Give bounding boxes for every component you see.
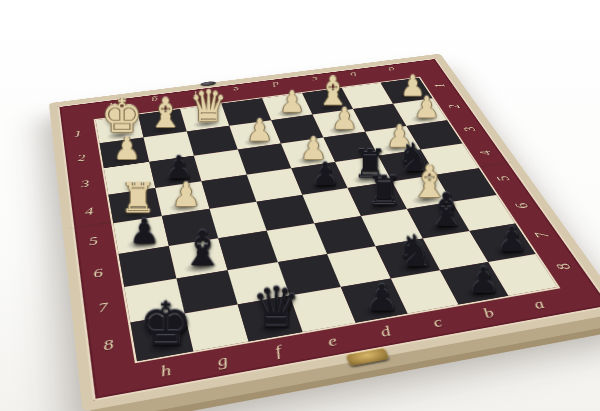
black-queen-glyph: ♛: [234, 280, 316, 335]
photo-scene: ♚♝♛♟♝♟♟♟♟♟♟♟♟♜♟♟♜♞♟♜♝♝♝♞♟♚♛♟♟ 11hh22gg33…: [0, 0, 600, 411]
piece-black-pawn-h5: ♟: [113, 216, 169, 254]
piece-white-pawn-e2: ♟: [229, 120, 281, 149]
square-d8: ♟: [341, 279, 408, 323]
black-pawn-glyph: ♟: [443, 262, 522, 298]
square-c5: ♜: [348, 181, 407, 216]
square-h2: ♟: [100, 137, 150, 168]
piece-black-pawn-d8: ♟: [341, 279, 408, 323]
chess-box: ♚♝♛♟♝♟♟♟♟♟♟♟♟♜♟♟♜♞♟♜♝♝♝♞♟♚♛♟♟ 11hh22gg33…: [49, 54, 600, 411]
piece-black-knight-c7: ♞: [375, 238, 440, 278]
black-pawn-glyph: ♟: [473, 222, 549, 257]
black-bishop-glyph: ♝: [163, 224, 240, 272]
piece-black-pawn-d4: ♟: [291, 162, 347, 195]
square-g6: ♝: [169, 238, 228, 278]
black-knight-glyph: ♞: [376, 229, 453, 273]
square-a7: ♟: [470, 223, 536, 262]
piece-black-queen-f8: ♛: [238, 296, 303, 342]
square-f8: ♛: [238, 296, 303, 342]
square-e6: [267, 223, 327, 262]
piece-black-bishop-g6: ♝: [169, 238, 228, 278]
piece-white-pawn-h2: ♟: [100, 137, 150, 168]
black-pawn-glyph: ♟: [341, 280, 422, 317]
square-d4: ♟: [291, 162, 347, 195]
piece-black-pawn-b8: ♟: [440, 262, 508, 304]
piece-black-rook-c5: ♜: [348, 181, 407, 216]
square-b8: ♟: [440, 262, 508, 304]
square-c7: ♞: [375, 238, 440, 278]
square-h8: ♚: [130, 313, 193, 361]
square-h5: ♟: [113, 216, 169, 254]
black-king-glyph: ♚: [123, 294, 207, 354]
piece-black-king-h8: ♚: [130, 313, 193, 361]
square-e2: ♟: [229, 120, 281, 149]
piece-black-pawn-a7: ♟: [470, 223, 536, 262]
